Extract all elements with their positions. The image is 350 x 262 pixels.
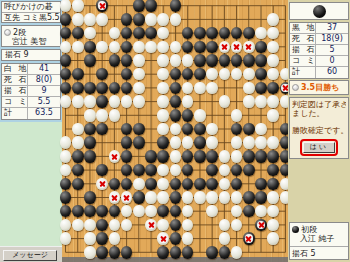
black-stone bbox=[255, 82, 267, 95]
black-stone bbox=[145, 164, 157, 177]
white-stone bbox=[170, 136, 182, 149]
white-stone bbox=[84, 246, 96, 259]
white-stone bbox=[145, 191, 157, 204]
white-stone bbox=[109, 41, 121, 54]
white-stone bbox=[72, 41, 84, 54]
white-stone bbox=[219, 95, 231, 108]
white-stone bbox=[84, 232, 96, 245]
table-row: 計 63.5 bbox=[2, 108, 60, 119]
table-row: 黒 地 37 bbox=[290, 23, 348, 34]
white-stone bbox=[231, 109, 243, 122]
black-stone bbox=[255, 41, 267, 54]
white-stone-icon bbox=[292, 84, 299, 91]
table-row: コ ミ 0 bbox=[290, 56, 348, 67]
white-stone bbox=[243, 41, 255, 54]
white-stone bbox=[109, 232, 121, 245]
black-stone bbox=[96, 232, 108, 245]
white-score-table: 白 地 41 死 石 8(0) 揚 石 9 コ ミ 5.5 計 63.5 bbox=[1, 63, 61, 120]
white-stone bbox=[267, 136, 279, 149]
white-stone bbox=[157, 178, 169, 191]
black-stone bbox=[157, 136, 169, 149]
black-stone bbox=[194, 54, 206, 67]
white-stone bbox=[255, 27, 267, 40]
dead-stone-x-marker bbox=[257, 221, 266, 230]
black-stone bbox=[194, 123, 206, 136]
black-stone bbox=[121, 246, 133, 259]
black-stone bbox=[206, 178, 218, 191]
black-stone bbox=[194, 27, 206, 40]
white-stone bbox=[267, 232, 279, 245]
black-stone bbox=[84, 205, 96, 218]
white-stone bbox=[157, 219, 169, 232]
black-captures-label: 揚石 5 bbox=[292, 248, 346, 259]
white-stone bbox=[84, 219, 96, 232]
black-stone bbox=[145, 27, 157, 40]
black-stone bbox=[121, 54, 133, 67]
black-stone bbox=[182, 109, 194, 122]
black-stone bbox=[84, 150, 96, 163]
white-stone bbox=[243, 82, 255, 95]
black-stone bbox=[96, 95, 108, 108]
dead-stone-x-marker bbox=[98, 180, 107, 189]
white-stone bbox=[133, 68, 145, 81]
white-stone bbox=[219, 232, 231, 245]
white-stone bbox=[133, 41, 145, 54]
black-stone bbox=[267, 82, 279, 95]
white-stone bbox=[157, 191, 169, 204]
white-stone bbox=[255, 136, 267, 149]
black-stone bbox=[72, 164, 84, 177]
black-stone bbox=[60, 13, 72, 26]
dead-stone-x-marker bbox=[245, 43, 254, 52]
black-stone bbox=[96, 219, 108, 232]
table-row: 白 地 41 bbox=[2, 64, 60, 75]
white-stone bbox=[96, 13, 108, 26]
dead-stone-x-marker bbox=[110, 152, 119, 161]
black-stone bbox=[170, 232, 182, 245]
white-stone bbox=[157, 82, 169, 95]
yes-button-focus-ring: はい bbox=[300, 139, 338, 156]
black-stone bbox=[133, 0, 145, 12]
black-stone bbox=[243, 27, 255, 40]
black-stone bbox=[243, 54, 255, 67]
white-stone-icon bbox=[4, 29, 11, 36]
white-stone bbox=[219, 41, 231, 54]
black-stone bbox=[121, 150, 133, 163]
black-player-name: 入江 純子 bbox=[292, 234, 346, 244]
white-stone bbox=[96, 41, 108, 54]
white-stone bbox=[145, 13, 157, 26]
white-stone bbox=[157, 95, 169, 108]
go-client-window: 呼びかけの碁 互先 コミ黒5.5 2段 宮辻 美智 揚石 9 白 地 41 死 … bbox=[0, 0, 350, 262]
dialog-text-line1: 判定図は了承され bbox=[292, 100, 346, 109]
white-stone bbox=[133, 95, 145, 108]
dialog-text-line3: 勝敗確定です。 bbox=[292, 126, 346, 135]
white-stone bbox=[133, 205, 145, 218]
turn-indicator-box bbox=[289, 2, 349, 20]
white-stone bbox=[84, 13, 96, 26]
black-stone bbox=[170, 95, 182, 108]
black-stone bbox=[206, 54, 218, 67]
black-stone bbox=[109, 246, 121, 259]
dead-stone-x-marker bbox=[232, 43, 241, 52]
black-stone bbox=[133, 123, 145, 136]
white-stone bbox=[109, 150, 121, 163]
white-stone bbox=[72, 95, 84, 108]
white-stone bbox=[121, 191, 133, 204]
table-row: 揚 石 5 bbox=[290, 45, 348, 56]
black-stone bbox=[84, 191, 96, 204]
black-stone bbox=[121, 13, 133, 26]
white-stone bbox=[194, 191, 206, 204]
black-stone bbox=[72, 27, 84, 40]
dead-stone-x-marker bbox=[245, 234, 254, 243]
white-stone bbox=[267, 41, 279, 54]
white-captures-label: 揚石 9 bbox=[1, 49, 61, 61]
black-stone bbox=[84, 54, 96, 67]
black-stone bbox=[206, 41, 218, 54]
white-stone bbox=[157, 232, 169, 245]
black-stone bbox=[219, 246, 231, 259]
black-stone-icon bbox=[292, 226, 299, 233]
white-stone bbox=[267, 109, 279, 122]
table-row: コ ミ 5.5 bbox=[2, 97, 60, 108]
white-stone bbox=[84, 27, 96, 40]
confirm-dialog: 判定図は了承され ました。 勝敗確定です。 はい bbox=[289, 97, 349, 159]
black-stone bbox=[96, 82, 108, 95]
white-stone bbox=[170, 54, 182, 67]
black-stone bbox=[267, 150, 279, 163]
white-stone bbox=[194, 82, 206, 95]
white-stone bbox=[206, 136, 218, 149]
black-stone bbox=[243, 164, 255, 177]
black-stone bbox=[157, 150, 169, 163]
black-stone bbox=[194, 41, 206, 54]
white-stone bbox=[170, 150, 182, 163]
black-stone bbox=[243, 191, 255, 204]
black-stone bbox=[60, 191, 72, 204]
table-row: 死 石 8(0) bbox=[2, 75, 60, 86]
black-stone bbox=[243, 232, 255, 245]
white-stone bbox=[60, 95, 72, 108]
black-stone bbox=[96, 123, 108, 136]
dialog-text-line2: ました。 bbox=[292, 109, 346, 118]
black-stone bbox=[243, 205, 255, 218]
black-stone bbox=[72, 150, 84, 163]
black-stone bbox=[194, 178, 206, 191]
white-stone bbox=[219, 150, 231, 163]
dead-stone-x-marker bbox=[110, 193, 119, 202]
black-stone bbox=[255, 219, 267, 232]
black-stone bbox=[194, 150, 206, 163]
white-stone bbox=[231, 191, 243, 204]
white-stone bbox=[133, 178, 145, 191]
black-stone bbox=[194, 136, 206, 149]
left-sidebar-lower-area bbox=[0, 122, 62, 246]
black-stone bbox=[72, 68, 84, 81]
black-stone bbox=[133, 27, 145, 40]
right-sidebar: 黒 地 37 死 石 18(9) 揚 石 5 コ ミ 0 計 60 3.5目勝ち bbox=[288, 0, 350, 262]
black-stone bbox=[96, 246, 108, 259]
black-stone bbox=[145, 0, 157, 12]
white-stone bbox=[194, 109, 206, 122]
white-stone bbox=[255, 95, 267, 108]
white-stone bbox=[72, 123, 84, 136]
white-stone bbox=[243, 136, 255, 149]
black-stone bbox=[255, 150, 267, 163]
white-stone bbox=[72, 136, 84, 149]
white-stone bbox=[267, 54, 279, 67]
white-stone bbox=[60, 232, 72, 245]
black-stone bbox=[206, 150, 218, 163]
white-stone bbox=[72, 13, 84, 26]
message-button[interactable]: メッセージ bbox=[3, 250, 57, 261]
white-stone bbox=[109, 191, 121, 204]
black-stone bbox=[182, 150, 194, 163]
dead-stone-x-marker bbox=[98, 1, 107, 10]
white-stone bbox=[243, 95, 255, 108]
white-player-name: 宮辻 美智 bbox=[4, 37, 58, 47]
white-stone bbox=[170, 13, 182, 26]
white-stone bbox=[145, 41, 157, 54]
result-text: 3.5目勝ち bbox=[301, 82, 339, 93]
dead-stone-x-marker bbox=[122, 193, 131, 202]
white-stone bbox=[157, 41, 169, 54]
black-score-table: 黒 地 37 死 石 18(9) 揚 石 5 コ ミ 0 計 60 bbox=[289, 22, 349, 79]
white-player-rank: 2段 bbox=[13, 28, 26, 37]
white-stone bbox=[219, 191, 231, 204]
game-title-box: 呼びかけの碁 互先 コミ黒5.5 bbox=[1, 1, 61, 23]
go-board[interactable] bbox=[62, 0, 288, 262]
black-stone bbox=[133, 13, 145, 26]
table-row: 計 60 bbox=[290, 67, 348, 78]
white-player-box: 2段 宮辻 美智 bbox=[1, 25, 61, 47]
message-bar: メッセージ bbox=[0, 246, 62, 262]
black-stone bbox=[145, 150, 157, 163]
black-stone bbox=[219, 54, 231, 67]
black-stone bbox=[170, 246, 182, 259]
black-stone bbox=[255, 191, 267, 204]
white-stone bbox=[243, 68, 255, 81]
dead-stone-x-marker bbox=[147, 221, 156, 230]
white-stone bbox=[96, 178, 108, 191]
black-stone bbox=[84, 82, 96, 95]
black-stone bbox=[194, 68, 206, 81]
game-conditions: 互先 コミ黒5.5 bbox=[2, 12, 60, 22]
white-stone bbox=[219, 178, 231, 191]
white-stone bbox=[133, 82, 145, 95]
white-stone bbox=[267, 191, 279, 204]
black-stone bbox=[170, 191, 182, 204]
black-stone bbox=[133, 136, 145, 149]
black-stone bbox=[206, 246, 218, 259]
yes-button[interactable]: はい bbox=[303, 142, 335, 153]
black-stone bbox=[243, 150, 255, 163]
black-stone bbox=[243, 123, 255, 136]
white-stone bbox=[133, 54, 145, 67]
black-stone bbox=[231, 54, 243, 67]
white-stone bbox=[84, 109, 96, 122]
game-title: 呼びかけの碁 bbox=[2, 2, 60, 12]
table-row: 死 石 18(9) bbox=[290, 34, 348, 45]
left-sidebar: 呼びかけの碁 互先 コミ黒5.5 2段 宮辻 美智 揚石 9 白 地 41 死 … bbox=[0, 0, 62, 262]
white-stone bbox=[145, 219, 157, 232]
white-stone bbox=[109, 109, 121, 122]
dead-stone-x-marker bbox=[159, 234, 168, 243]
black-player-rank: 初段 bbox=[301, 225, 317, 234]
white-stone bbox=[157, 13, 169, 26]
white-stone bbox=[255, 123, 267, 136]
black-stone bbox=[109, 178, 121, 191]
white-stone bbox=[267, 13, 279, 26]
white-stone bbox=[206, 82, 218, 95]
black-stone bbox=[267, 178, 279, 191]
white-stone bbox=[84, 95, 96, 108]
black-stone bbox=[255, 54, 267, 67]
black-stone bbox=[182, 246, 194, 259]
black-stone bbox=[133, 164, 145, 177]
white-stone bbox=[157, 54, 169, 67]
black-stone bbox=[72, 205, 84, 218]
black-stone bbox=[84, 136, 96, 149]
black-stone bbox=[84, 41, 96, 54]
black-stone bbox=[133, 191, 145, 204]
black-stone bbox=[96, 0, 108, 12]
black-stone bbox=[84, 123, 96, 136]
white-stone bbox=[206, 123, 218, 136]
white-stone bbox=[206, 191, 218, 204]
white-stone bbox=[72, 219, 84, 232]
black-stone bbox=[60, 54, 72, 67]
white-stone bbox=[267, 95, 279, 108]
black-stone bbox=[72, 82, 84, 95]
white-stone bbox=[231, 150, 243, 163]
black-stone bbox=[157, 246, 169, 259]
black-stone bbox=[145, 178, 157, 191]
divider bbox=[290, 246, 348, 247]
white-stone bbox=[231, 246, 243, 259]
white-stone bbox=[267, 219, 279, 232]
black-stone-icon bbox=[313, 5, 326, 18]
black-stone bbox=[255, 178, 267, 191]
black-stone bbox=[109, 54, 121, 67]
black-player-box: 初段 入江 純子 揚石 5 bbox=[289, 222, 349, 260]
dead-stone-x-marker bbox=[220, 43, 229, 52]
white-stone bbox=[72, 0, 84, 12]
black-stone bbox=[72, 178, 84, 191]
white-stone bbox=[109, 95, 121, 108]
white-stone bbox=[96, 109, 108, 122]
white-stone bbox=[157, 109, 169, 122]
black-stone bbox=[170, 109, 182, 122]
result-box: 3.5目勝ち bbox=[289, 80, 349, 95]
white-stone bbox=[60, 150, 72, 163]
table-row: 揚 石 9 bbox=[2, 86, 60, 97]
